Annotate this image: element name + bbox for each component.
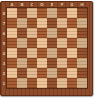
square-f3[interactable] [57,58,67,68]
square-g1[interactable] [67,78,77,88]
square-e4[interactable] [47,48,57,58]
square-h5[interactable] [77,38,87,48]
square-c4[interactable] [27,48,37,58]
square-e7[interactable] [47,18,57,28]
square-e2[interactable] [47,68,57,78]
board-grid [7,8,87,88]
square-g5[interactable] [67,38,77,48]
square-c8[interactable] [27,8,37,18]
square-a6[interactable] [7,28,17,38]
square-a3[interactable] [7,58,17,68]
square-c6[interactable] [27,28,37,38]
square-h3[interactable] [77,58,87,68]
chess-board-photo: ABCDEFGH 87654321 [0,0,95,99]
square-d8[interactable] [37,8,47,18]
square-c2[interactable] [27,68,37,78]
square-g6[interactable] [67,28,77,38]
square-h1[interactable] [77,78,87,88]
square-b1[interactable] [17,78,27,88]
square-f7[interactable] [57,18,67,28]
square-b2[interactable] [17,68,27,78]
chess-board: ABCDEFGH 87654321 [0,1,93,96]
square-g3[interactable] [67,58,77,68]
square-h2[interactable] [77,68,87,78]
square-f5[interactable] [57,38,67,48]
square-h4[interactable] [77,48,87,58]
square-g8[interactable] [67,8,77,18]
square-d6[interactable] [37,28,47,38]
square-a2[interactable] [7,68,17,78]
square-a7[interactable] [7,18,17,28]
square-b6[interactable] [17,28,27,38]
square-f2[interactable] [57,68,67,78]
square-c3[interactable] [27,58,37,68]
square-f4[interactable] [57,48,67,58]
square-e5[interactable] [47,38,57,48]
square-g7[interactable] [67,18,77,28]
square-e1[interactable] [47,78,57,88]
square-d4[interactable] [37,48,47,58]
square-h7[interactable] [77,18,87,28]
square-b3[interactable] [17,58,27,68]
square-g2[interactable] [67,68,77,78]
square-a4[interactable] [7,48,17,58]
square-e6[interactable] [47,28,57,38]
square-d2[interactable] [37,68,47,78]
square-b7[interactable] [17,18,27,28]
square-b5[interactable] [17,38,27,48]
square-a1[interactable] [7,78,17,88]
square-f1[interactable] [57,78,67,88]
square-e8[interactable] [47,8,57,18]
square-h8[interactable] [77,8,87,18]
square-a8[interactable] [7,8,17,18]
square-b4[interactable] [17,48,27,58]
square-d7[interactable] [37,18,47,28]
square-c5[interactable] [27,38,37,48]
square-e3[interactable] [47,58,57,68]
square-b8[interactable] [17,8,27,18]
square-h6[interactable] [77,28,87,38]
square-c1[interactable] [27,78,37,88]
square-f8[interactable] [57,8,67,18]
square-d1[interactable] [37,78,47,88]
square-d5[interactable] [37,38,47,48]
square-f6[interactable] [57,28,67,38]
square-g4[interactable] [67,48,77,58]
square-a5[interactable] [7,38,17,48]
square-c7[interactable] [27,18,37,28]
square-d3[interactable] [37,58,47,68]
